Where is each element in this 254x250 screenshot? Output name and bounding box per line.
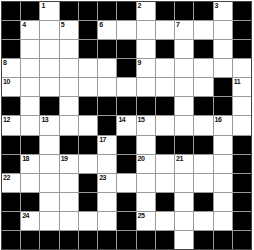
white-cell[interactable]: [98, 59, 116, 77]
white-cell[interactable]: [194, 116, 212, 134]
black-cell: [117, 59, 135, 77]
white-cell[interactable]: [40, 212, 58, 230]
clue-number-2: 2: [138, 2, 141, 10]
white-cell[interactable]: [214, 193, 232, 211]
black-cell: [40, 97, 58, 115]
white-cell[interactable]: [175, 231, 193, 249]
white-cell[interactable]: [214, 155, 232, 173]
black-cell: [98, 231, 116, 249]
white-cell[interactable]: [60, 193, 78, 211]
black-cell: [117, 97, 135, 115]
black-cell: [79, 97, 97, 115]
clue-number-20: 20: [138, 155, 145, 163]
black-cell: [156, 231, 174, 249]
black-cell: [79, 2, 97, 20]
black-cell: [194, 136, 212, 154]
black-cell: [79, 174, 97, 192]
black-cell: [156, 136, 174, 154]
clue-number-6: 6: [99, 21, 102, 29]
clue-number-12: 12: [3, 116, 10, 124]
white-cell[interactable]: 2: [137, 2, 155, 20]
clue-number-13: 13: [41, 116, 48, 124]
crossword-puzzle: 1234567891011121314151617181920212223242…: [0, 0, 254, 250]
black-cell: [79, 40, 97, 58]
white-cell[interactable]: [60, 174, 78, 192]
white-cell[interactable]: [98, 155, 116, 173]
white-cell[interactable]: 17: [98, 136, 116, 154]
white-cell[interactable]: [214, 174, 232, 192]
white-cell[interactable]: [60, 78, 78, 96]
black-cell: [214, 97, 232, 115]
white-cell[interactable]: [21, 59, 39, 77]
white-cell[interactable]: [156, 21, 174, 39]
black-cell: [117, 40, 135, 58]
white-cell[interactable]: 13: [40, 116, 58, 134]
white-cell[interactable]: [79, 155, 97, 173]
black-cell: [137, 97, 155, 115]
white-cell[interactable]: [156, 116, 174, 134]
white-cell[interactable]: [175, 193, 193, 211]
white-cell[interactable]: [40, 78, 58, 96]
white-cell[interactable]: [233, 59, 251, 77]
crossword-frame: 1234567891011121314151617181920212223242…: [1, 1, 252, 250]
white-cell[interactable]: [21, 40, 39, 58]
white-cell[interactable]: [137, 78, 155, 96]
white-cell[interactable]: [156, 155, 174, 173]
white-cell[interactable]: [194, 212, 212, 230]
white-cell[interactable]: [214, 40, 232, 58]
white-cell[interactable]: [194, 78, 212, 96]
black-cell: [117, 212, 135, 230]
black-cell: [117, 136, 135, 154]
black-cell: [194, 193, 212, 211]
clue-number-25: 25: [138, 212, 145, 220]
white-cell[interactable]: [40, 59, 58, 77]
white-cell[interactable]: 15: [137, 116, 155, 134]
black-cell: [2, 155, 20, 173]
black-cell: [233, 21, 251, 39]
black-cell: [21, 193, 39, 211]
black-cell: [98, 40, 116, 58]
black-cell: [60, 231, 78, 249]
white-cell[interactable]: [98, 78, 116, 96]
black-cell: [214, 231, 232, 249]
black-cell: [233, 155, 251, 173]
white-cell[interactable]: 8: [2, 59, 20, 77]
white-cell[interactable]: [175, 97, 193, 115]
black-cell: [98, 97, 116, 115]
white-cell[interactable]: 5: [60, 21, 78, 39]
white-cell[interactable]: [60, 97, 78, 115]
clue-number-10: 10: [3, 78, 10, 86]
black-cell: [233, 193, 251, 211]
clue-number-14: 14: [118, 116, 125, 124]
black-cell: [194, 40, 212, 58]
clue-number-5: 5: [61, 21, 64, 29]
clue-number-7: 7: [176, 21, 179, 29]
black-cell: [60, 136, 78, 154]
white-cell[interactable]: [60, 59, 78, 77]
white-cell[interactable]: [98, 212, 116, 230]
black-cell: [233, 212, 251, 230]
white-cell[interactable]: [79, 59, 97, 77]
white-cell[interactable]: [40, 174, 58, 192]
clue-number-18: 18: [22, 155, 29, 163]
white-cell[interactable]: [194, 155, 212, 173]
black-cell: [233, 2, 251, 20]
black-cell: [156, 2, 174, 20]
clue-number-3: 3: [215, 2, 218, 10]
white-cell[interactable]: 7: [175, 21, 193, 39]
black-cell: [21, 2, 39, 20]
clue-number-21: 21: [176, 155, 183, 163]
white-cell[interactable]: [79, 116, 97, 134]
white-cell[interactable]: [40, 21, 58, 39]
white-cell[interactable]: [79, 212, 97, 230]
white-cell[interactable]: 6: [98, 21, 116, 39]
clue-number-15: 15: [138, 116, 145, 124]
white-cell[interactable]: 19: [60, 155, 78, 173]
black-cell: [2, 40, 20, 58]
white-cell[interactable]: 20: [137, 155, 155, 173]
black-cell: [194, 97, 212, 115]
white-cell[interactable]: [194, 174, 212, 192]
black-cell: [2, 97, 20, 115]
white-cell[interactable]: [156, 78, 174, 96]
black-cell: [156, 193, 174, 211]
clue-number-4: 4: [22, 21, 25, 29]
white-cell[interactable]: [21, 116, 39, 134]
white-cell[interactable]: 21: [175, 155, 193, 173]
white-cell[interactable]: [156, 212, 174, 230]
clue-number-11: 11: [234, 78, 240, 86]
white-cell[interactable]: [79, 78, 97, 96]
white-cell[interactable]: [137, 193, 155, 211]
black-cell: [233, 40, 251, 58]
clue-number-1: 1: [41, 2, 44, 10]
white-cell[interactable]: [40, 155, 58, 173]
black-cell: [117, 2, 135, 20]
white-cell[interactable]: 11: [233, 78, 251, 96]
white-cell[interactable]: [21, 174, 39, 192]
clue-number-9: 9: [138, 59, 141, 67]
white-cell[interactable]: 9: [137, 59, 155, 77]
black-cell: [175, 136, 193, 154]
white-cell[interactable]: 16: [214, 116, 232, 134]
white-cell[interactable]: 1: [40, 2, 58, 20]
clue-number-19: 19: [61, 155, 68, 163]
black-cell: [21, 231, 39, 249]
black-cell: [117, 155, 135, 173]
white-cell[interactable]: [214, 136, 232, 154]
white-cell[interactable]: 4: [21, 21, 39, 39]
white-cell[interactable]: [137, 40, 155, 58]
white-cell[interactable]: 23: [98, 174, 116, 192]
black-cell: [79, 21, 97, 39]
clue-number-8: 8: [3, 59, 6, 67]
white-cell[interactable]: 24: [21, 212, 39, 230]
white-cell[interactable]: [40, 193, 58, 211]
white-cell[interactable]: [117, 21, 135, 39]
white-cell[interactable]: [137, 174, 155, 192]
white-cell[interactable]: [40, 40, 58, 58]
white-cell[interactable]: [156, 59, 174, 77]
white-cell[interactable]: 10: [2, 78, 20, 96]
white-cell[interactable]: [233, 97, 251, 115]
black-cell: [214, 78, 232, 96]
clue-number-16: 16: [215, 116, 222, 124]
black-cell: [233, 231, 251, 249]
black-cell: [194, 231, 212, 249]
white-cell[interactable]: 18: [21, 155, 39, 173]
white-cell[interactable]: [175, 212, 193, 230]
white-cell[interactable]: [175, 116, 193, 134]
black-cell: [156, 40, 174, 58]
black-cell: [2, 2, 20, 20]
black-cell: [194, 2, 212, 20]
black-cell: [98, 116, 116, 134]
white-cell[interactable]: 25: [137, 212, 155, 230]
white-cell[interactable]: [98, 193, 116, 211]
black-cell: [137, 231, 155, 249]
white-cell[interactable]: [117, 78, 135, 96]
white-cell[interactable]: [214, 21, 232, 39]
black-cell: [117, 193, 135, 211]
white-cell[interactable]: [175, 59, 193, 77]
white-cell[interactable]: [60, 212, 78, 230]
white-cell[interactable]: [137, 21, 155, 39]
black-cell: [2, 21, 20, 39]
black-cell: [156, 97, 174, 115]
black-cell: [2, 212, 20, 230]
black-cell: [79, 136, 97, 154]
white-cell[interactable]: [60, 116, 78, 134]
white-cell[interactable]: [233, 116, 251, 134]
white-cell[interactable]: [137, 136, 155, 154]
black-cell: [175, 2, 193, 20]
white-cell[interactable]: [175, 78, 193, 96]
black-cell: [79, 231, 97, 249]
white-cell[interactable]: [194, 21, 212, 39]
black-cell: [117, 231, 135, 249]
white-cell[interactable]: 12: [2, 116, 20, 134]
white-cell[interactable]: [40, 136, 58, 154]
white-cell[interactable]: [21, 78, 39, 96]
black-cell: [2, 231, 20, 249]
white-cell[interactable]: [156, 174, 174, 192]
white-cell[interactable]: [60, 40, 78, 58]
black-cell: [2, 193, 20, 211]
white-cell[interactable]: [214, 59, 232, 77]
clue-number-24: 24: [22, 212, 29, 220]
clue-number-17: 17: [99, 136, 106, 144]
black-cell: [98, 2, 116, 20]
white-cell[interactable]: [175, 40, 193, 58]
black-cell: [40, 231, 58, 249]
white-cell[interactable]: 22: [2, 174, 20, 192]
clue-number-22: 22: [3, 174, 10, 182]
black-cell: [233, 136, 251, 154]
white-cell[interactable]: [214, 212, 232, 230]
white-cell[interactable]: [175, 174, 193, 192]
white-cell[interactable]: [117, 174, 135, 192]
clue-number-23: 23: [99, 174, 106, 182]
black-cell: [2, 136, 20, 154]
crossword-grid: 1234567891011121314151617181920212223242…: [2, 2, 251, 249]
black-cell: [60, 2, 78, 20]
black-cell: [21, 136, 39, 154]
black-cell: [79, 193, 97, 211]
white-cell[interactable]: [21, 97, 39, 115]
white-cell[interactable]: 14: [117, 116, 135, 134]
black-cell: [233, 174, 251, 192]
white-cell[interactable]: [194, 59, 212, 77]
white-cell[interactable]: 3: [214, 2, 232, 20]
